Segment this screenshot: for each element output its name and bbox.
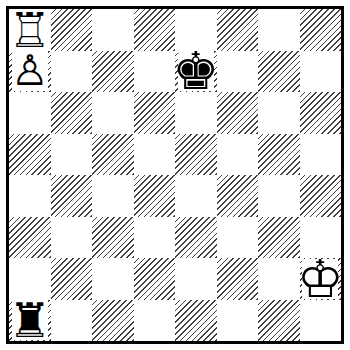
square-e2[interactable] (175, 258, 217, 300)
piece-white-pawn-a7[interactable]: ♙ (11, 50, 49, 92)
square-d5[interactable] (134, 134, 176, 176)
square-g3[interactable] (258, 217, 300, 259)
square-e5[interactable] (175, 134, 217, 176)
square-f7[interactable] (217, 51, 259, 93)
square-f8[interactable] (217, 9, 259, 51)
square-a7[interactable]: ♙ (9, 51, 51, 93)
square-c7[interactable] (92, 51, 134, 93)
square-c3[interactable] (92, 217, 134, 259)
square-a4[interactable] (9, 175, 51, 217)
square-e4[interactable] (175, 175, 217, 217)
square-c1[interactable] (92, 300, 134, 342)
square-g6[interactable] (258, 92, 300, 134)
square-b1[interactable] (51, 300, 93, 342)
square-b7[interactable] (51, 51, 93, 93)
square-b6[interactable] (51, 92, 93, 134)
square-d6[interactable] (134, 92, 176, 134)
chess-diagram-page: ♖♙♚♔♜ (0, 0, 350, 350)
square-c8[interactable] (92, 9, 134, 51)
square-a6[interactable] (9, 92, 51, 134)
square-f1[interactable] (217, 300, 259, 342)
square-h2[interactable]: ♔ (300, 258, 342, 300)
piece-black-king-e7[interactable]: ♚ (172, 45, 219, 97)
square-c6[interactable] (92, 92, 134, 134)
square-f2[interactable] (217, 258, 259, 300)
square-f6[interactable] (217, 92, 259, 134)
square-d4[interactable] (134, 175, 176, 217)
square-e7[interactable]: ♚ (175, 51, 217, 93)
square-a5[interactable] (9, 134, 51, 176)
square-a1[interactable]: ♜ (9, 300, 51, 342)
square-d7[interactable] (134, 51, 176, 93)
chess-board: ♖♙♚♔♜ (9, 9, 341, 341)
square-h5[interactable] (300, 134, 342, 176)
square-h7[interactable] (300, 51, 342, 93)
piece-black-rook-a1[interactable]: ♜ (8, 296, 51, 344)
square-e3[interactable] (175, 217, 217, 259)
square-b8[interactable] (51, 9, 93, 51)
square-c2[interactable] (92, 258, 134, 300)
square-e1[interactable] (175, 300, 217, 342)
square-b2[interactable] (51, 258, 93, 300)
square-g4[interactable] (258, 175, 300, 217)
square-f5[interactable] (217, 134, 259, 176)
square-d8[interactable] (134, 9, 176, 51)
square-d3[interactable] (134, 217, 176, 259)
square-d1[interactable] (134, 300, 176, 342)
square-c4[interactable] (92, 175, 134, 217)
square-b4[interactable] (51, 175, 93, 217)
square-a8[interactable]: ♖ (9, 9, 51, 51)
square-d2[interactable] (134, 258, 176, 300)
square-f4[interactable] (217, 175, 259, 217)
square-g5[interactable] (258, 134, 300, 176)
square-h6[interactable] (300, 92, 342, 134)
square-a3[interactable] (9, 217, 51, 259)
square-g7[interactable] (258, 51, 300, 93)
square-b3[interactable] (51, 217, 93, 259)
piece-white-king-h2[interactable]: ♔ (297, 253, 344, 305)
square-b5[interactable] (51, 134, 93, 176)
square-g2[interactable] (258, 258, 300, 300)
square-c5[interactable] (92, 134, 134, 176)
square-f3[interactable] (217, 217, 259, 259)
square-g8[interactable] (258, 9, 300, 51)
chess-board-frame: ♖♙♚♔♜ (6, 6, 344, 344)
square-g1[interactable] (258, 300, 300, 342)
square-h8[interactable] (300, 9, 342, 51)
square-h4[interactable] (300, 175, 342, 217)
